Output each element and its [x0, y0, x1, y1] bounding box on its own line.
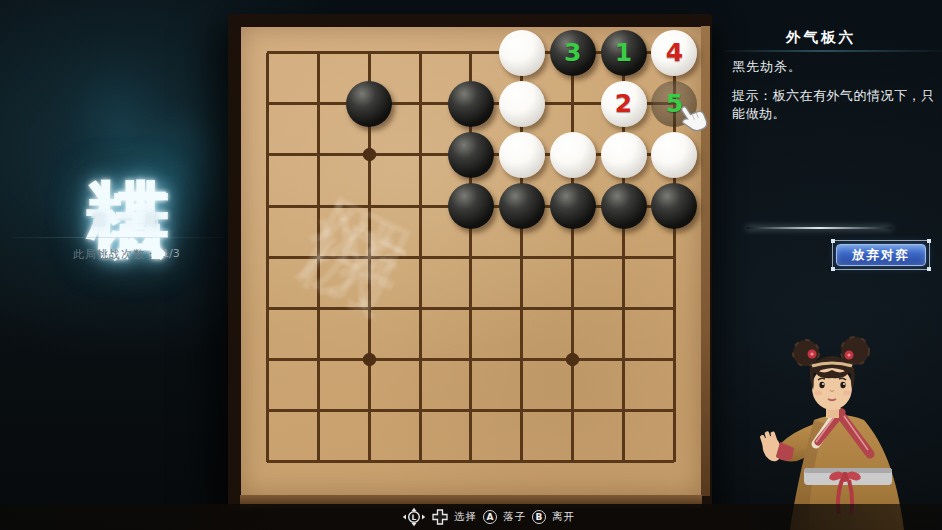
b-button-icon: B — [532, 510, 546, 524]
move-number-label: 1 — [601, 30, 647, 76]
board-intersection[interactable] — [496, 436, 547, 487]
give-up-button-label: 放弃对弈 — [836, 244, 926, 266]
board-intersection[interactable] — [344, 78, 395, 129]
board-intersection[interactable] — [344, 232, 395, 283]
board-intersection[interactable] — [446, 78, 497, 129]
white-stone — [601, 132, 647, 178]
board-intersection[interactable] — [446, 27, 497, 78]
black-stone — [651, 183, 697, 229]
controls-hint-bar: L 选择 A 落子 B 离开 — [0, 504, 942, 530]
title-divider — [724, 50, 942, 52]
puzzle-title: 外气板六 — [718, 28, 924, 47]
black-stone — [499, 183, 545, 229]
board-intersection[interactable] — [649, 334, 700, 385]
attempts-label: 此局挑战次数： — [73, 247, 157, 262]
board-intersection[interactable] — [496, 27, 547, 78]
board-intersection[interactable] — [649, 283, 700, 334]
place-stone-hint-label: 落子 — [503, 510, 526, 524]
board-intersection[interactable] — [242, 27, 293, 78]
star-point — [360, 350, 378, 368]
black-stone — [448, 132, 494, 178]
game-screen: 诘棋 第一局 此局挑战次数： 1/3 31425 游侠网 外气板六 黑先劫杀。 … — [0, 0, 942, 530]
board-intersection[interactable] — [395, 78, 446, 129]
give-up-button[interactable]: 放弃对弈 — [832, 240, 930, 270]
board-intersection[interactable] — [293, 27, 344, 78]
board-intersection[interactable] — [496, 283, 547, 334]
round-label: 第一局 — [55, 211, 195, 230]
section-divider — [746, 227, 892, 229]
board-intersection[interactable] — [547, 232, 598, 283]
dpad-icon — [432, 509, 448, 525]
puzzle-mode-title: 诘棋 — [78, 18, 178, 206]
board-intersection[interactable] — [293, 385, 344, 436]
board-intersection[interactable] — [446, 334, 497, 385]
board-intersection[interactable] — [446, 385, 497, 436]
board-intersection[interactable] — [242, 385, 293, 436]
board-intersection[interactable] — [293, 232, 344, 283]
board-intersection[interactable] — [293, 78, 344, 129]
select-hint-label: 选择 — [454, 510, 477, 524]
white-stone — [499, 81, 545, 127]
hint-line-2: 能做劫。 — [732, 105, 935, 123]
board-intersection[interactable] — [547, 334, 598, 385]
board-intersection[interactable] — [598, 334, 649, 385]
board-intersection[interactable] — [496, 385, 547, 436]
board-intersection[interactable] — [293, 436, 344, 487]
white-stone: 4 — [651, 30, 697, 76]
board-intersection[interactable]: 4 — [649, 27, 700, 78]
board-intersection[interactable]: 2 — [598, 78, 649, 129]
board-intersection[interactable] — [395, 283, 446, 334]
board-intersection[interactable] — [344, 334, 395, 385]
board-intersection[interactable] — [496, 232, 547, 283]
board-intersection[interactable] — [598, 180, 649, 231]
button-corner-ornament — [927, 267, 931, 271]
board-intersection[interactable] — [242, 334, 293, 385]
board-intersection[interactable] — [395, 436, 446, 487]
board-intersection[interactable] — [496, 334, 547, 385]
board-intersection[interactable] — [598, 436, 649, 487]
black-stone — [346, 81, 392, 127]
board-intersection[interactable] — [344, 283, 395, 334]
board-intersection[interactable] — [446, 232, 497, 283]
move-number-label: 3 — [550, 30, 596, 76]
star-point — [563, 350, 581, 368]
move-number-label: 4 — [651, 30, 697, 76]
board-intersection[interactable] — [344, 385, 395, 436]
board-intersection[interactable] — [344, 27, 395, 78]
stick-letter: L — [412, 513, 417, 522]
board-intersection[interactable] — [598, 385, 649, 436]
board-intersection[interactable] — [496, 78, 547, 129]
white-stone: 2 — [601, 81, 647, 127]
attempts-value: 1/3 — [162, 247, 180, 260]
board-intersection[interactable] — [649, 232, 700, 283]
board-intersection[interactable]: 1 — [598, 27, 649, 78]
board-intersection[interactable] — [395, 129, 446, 180]
black-stone: 3 — [550, 30, 596, 76]
board-intersection[interactable] — [598, 283, 649, 334]
button-corner-ornament — [831, 267, 835, 271]
board-intersection[interactable]: 3 — [547, 27, 598, 78]
board-intersection[interactable] — [293, 129, 344, 180]
puzzle-objective: 黑先劫杀。 — [732, 58, 802, 76]
white-stone — [499, 132, 545, 178]
board-intersection[interactable] — [344, 129, 395, 180]
board-intersection[interactable] — [293, 283, 344, 334]
button-corner-ornament — [927, 239, 931, 243]
puzzle-hint: 提示：板六在有外气的情况下，只 能做劫。 — [732, 87, 935, 122]
board-intersection[interactable] — [344, 436, 395, 487]
board-intersection[interactable] — [446, 283, 497, 334]
move-number-label: 2 — [601, 81, 647, 127]
board-intersection[interactable] — [446, 180, 497, 231]
board-intersection[interactable] — [395, 27, 446, 78]
a-button-icon: A — [483, 510, 497, 524]
board-intersection[interactable] — [649, 180, 700, 231]
white-stone — [550, 132, 596, 178]
black-stone — [601, 183, 647, 229]
board-intersection[interactable] — [598, 129, 649, 180]
board-intersection[interactable] — [293, 180, 344, 231]
board-intersection[interactable] — [242, 232, 293, 283]
black-stone: 1 — [601, 30, 647, 76]
board-intersection[interactable] — [547, 385, 598, 436]
board-intersection[interactable] — [547, 78, 598, 129]
board-intersection[interactable] — [395, 334, 446, 385]
black-stone — [448, 81, 494, 127]
board-intersection[interactable] — [395, 232, 446, 283]
hint-line-1: 提示：板六在有外气的情况下，只 — [732, 87, 935, 105]
board-intersection[interactable] — [446, 436, 497, 487]
board-intersection[interactable] — [395, 180, 446, 231]
black-stone — [550, 183, 596, 229]
board-intersection[interactable] — [242, 78, 293, 129]
left-stick-icon: L — [402, 507, 426, 527]
board-intersection[interactable] — [242, 436, 293, 487]
board-intersection[interactable] — [496, 129, 547, 180]
board-intersection[interactable] — [547, 283, 598, 334]
board-intersection[interactable] — [242, 129, 293, 180]
button-corner-ornament — [831, 239, 835, 243]
board-intersection[interactable] — [649, 436, 700, 487]
board-intersection[interactable] — [649, 385, 700, 436]
board-intersection[interactable] — [242, 180, 293, 231]
go-board-grid: 31425 — [242, 27, 700, 487]
board-intersection[interactable] — [446, 129, 497, 180]
leave-hint-label: 离开 — [552, 510, 575, 524]
board-intersection[interactable] — [496, 180, 547, 231]
board-intersection[interactable] — [547, 129, 598, 180]
npc-character — [752, 320, 942, 530]
star-point — [360, 146, 378, 164]
board-intersection[interactable] — [547, 436, 598, 487]
white-stone — [499, 30, 545, 76]
board-intersection[interactable] — [293, 334, 344, 385]
board-intersection[interactable] — [598, 232, 649, 283]
board-intersection[interactable] — [344, 180, 395, 231]
board-intersection[interactable] — [395, 385, 446, 436]
board-intersection[interactable] — [242, 283, 293, 334]
board-intersection[interactable] — [547, 180, 598, 231]
left-panel-divider — [12, 237, 224, 238]
black-stone — [448, 183, 494, 229]
